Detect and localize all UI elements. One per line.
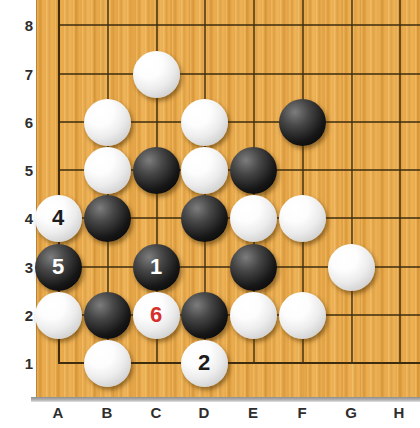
stone-D4[interactable] bbox=[181, 195, 228, 242]
move-number-1: 1 bbox=[133, 244, 180, 291]
stone-B5[interactable] bbox=[84, 147, 131, 194]
stone-E2[interactable] bbox=[230, 292, 277, 339]
stone-E5[interactable] bbox=[230, 147, 277, 194]
col-label-C: C bbox=[141, 404, 171, 421]
col-label-D: D bbox=[189, 404, 219, 421]
row-label-6: 6 bbox=[0, 114, 33, 131]
col-label-G: G bbox=[336, 404, 366, 421]
stone-B6[interactable] bbox=[84, 99, 131, 146]
row-label-2: 2 bbox=[0, 307, 33, 324]
stone-D2[interactable] bbox=[181, 292, 228, 339]
go-diagram: 87654321 ABCDEFGH 45162 bbox=[0, 0, 420, 428]
stone-D1[interactable]: 2 bbox=[181, 340, 228, 387]
stone-C7[interactable] bbox=[133, 51, 180, 98]
stone-B1[interactable] bbox=[84, 340, 131, 387]
stone-F4[interactable] bbox=[279, 195, 326, 242]
stone-F2[interactable] bbox=[279, 292, 326, 339]
col-label-A: A bbox=[43, 404, 73, 421]
row-label-4: 4 bbox=[0, 210, 33, 227]
stone-C5[interactable] bbox=[133, 147, 180, 194]
stone-A3[interactable]: 5 bbox=[35, 244, 82, 291]
stone-F6[interactable] bbox=[279, 99, 326, 146]
stone-G3[interactable] bbox=[328, 244, 375, 291]
stone-E3[interactable] bbox=[230, 244, 277, 291]
stone-A2[interactable] bbox=[35, 292, 82, 339]
row-label-1: 1 bbox=[0, 355, 33, 372]
stone-D6[interactable] bbox=[181, 99, 228, 146]
move-number-4: 4 bbox=[35, 195, 82, 242]
move-number-2: 2 bbox=[181, 340, 228, 387]
stone-B4[interactable] bbox=[84, 195, 131, 242]
row-label-7: 7 bbox=[0, 66, 33, 83]
stone-A4[interactable]: 4 bbox=[35, 195, 82, 242]
move-number-6: 6 bbox=[133, 292, 180, 339]
stone-C2[interactable]: 6 bbox=[133, 292, 180, 339]
stone-C3[interactable]: 1 bbox=[133, 244, 180, 291]
col-label-F: F bbox=[287, 404, 317, 421]
col-label-B: B bbox=[92, 404, 122, 421]
col-label-H: H bbox=[384, 404, 414, 421]
col-label-E: E bbox=[238, 404, 268, 421]
move-number-5: 5 bbox=[35, 244, 82, 291]
stone-E4[interactable] bbox=[230, 195, 277, 242]
row-label-8: 8 bbox=[0, 17, 33, 34]
stone-B2[interactable] bbox=[84, 292, 131, 339]
stone-D5[interactable] bbox=[181, 147, 228, 194]
row-label-3: 3 bbox=[0, 259, 33, 276]
board-edge-shadow bbox=[31, 397, 420, 402]
row-label-5: 5 bbox=[0, 162, 33, 179]
